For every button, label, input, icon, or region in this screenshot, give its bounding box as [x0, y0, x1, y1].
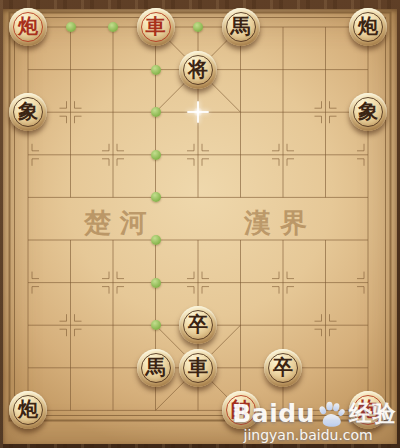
piece-black-chariot[interactable]: 車	[179, 349, 217, 387]
piece-black-horse[interactable]: 馬	[137, 349, 175, 387]
move-hint-dot[interactable]	[66, 22, 76, 32]
piece-glyph: 卒	[188, 314, 208, 334]
watermark-logo-row: Baidu 经验	[232, 398, 400, 429]
move-hint-dot[interactable]	[193, 22, 203, 32]
piece-red-cannon[interactable]: 炮	[9, 8, 47, 46]
piece-black-soldier[interactable]: 卒	[179, 306, 217, 344]
move-hint-dot[interactable]	[151, 65, 161, 75]
piece-glyph: 炮	[358, 16, 378, 36]
piece-black-elephant[interactable]: 象	[349, 93, 387, 131]
watermark-brand-text: Baidu	[232, 399, 315, 428]
move-hint-dot[interactable]	[151, 278, 161, 288]
piece-red-chariot[interactable]: 車	[137, 8, 175, 46]
piece-glyph: 象	[358, 101, 378, 121]
piece-glyph: 象	[18, 101, 38, 121]
piece-black-cannon[interactable]: 炮	[349, 8, 387, 46]
piece-glyph: 馬	[231, 16, 251, 36]
piece-glyph: 車	[188, 357, 208, 377]
baidu-paw-icon	[316, 400, 346, 428]
piece-glyph: 将	[188, 59, 208, 79]
piece-glyph: 車	[146, 16, 166, 36]
watermark-site-url: jingyan.baidu.com	[232, 427, 400, 443]
piece-black-soldier[interactable]: 卒	[264, 349, 302, 387]
move-hint-dot[interactable]	[151, 320, 161, 330]
piece-black-horse[interactable]: 馬	[222, 8, 260, 46]
piece-black-cannon[interactable]: 炮	[9, 391, 47, 429]
piece-grid: 炮車馬炮将象象卒馬車卒炮帥炮	[7, 6, 390, 432]
piece-black-elephant[interactable]: 象	[9, 93, 47, 131]
piece-glyph: 炮	[18, 399, 38, 419]
piece-glyph: 炮	[18, 16, 38, 36]
move-hint-dot[interactable]	[151, 107, 161, 117]
watermark-brand-cn: 经验	[349, 398, 396, 429]
xiangqi-board-app: 楚河 漢界 炮車馬炮将象象卒馬車卒炮帥炮 Baidu 经验	[0, 0, 400, 448]
move-hint-dot[interactable]	[151, 150, 161, 160]
piece-black-general[interactable]: 将	[179, 51, 217, 89]
sparkle-effect	[187, 101, 209, 123]
move-hint-dot[interactable]	[151, 235, 161, 245]
move-hint-dot[interactable]	[108, 22, 118, 32]
piece-glyph: 卒	[273, 357, 293, 377]
piece-glyph: 馬	[146, 357, 166, 377]
move-hint-dot[interactable]	[151, 192, 161, 202]
baidu-jingyan-watermark: Baidu 经验 jingyan.baidu.com	[232, 398, 400, 443]
